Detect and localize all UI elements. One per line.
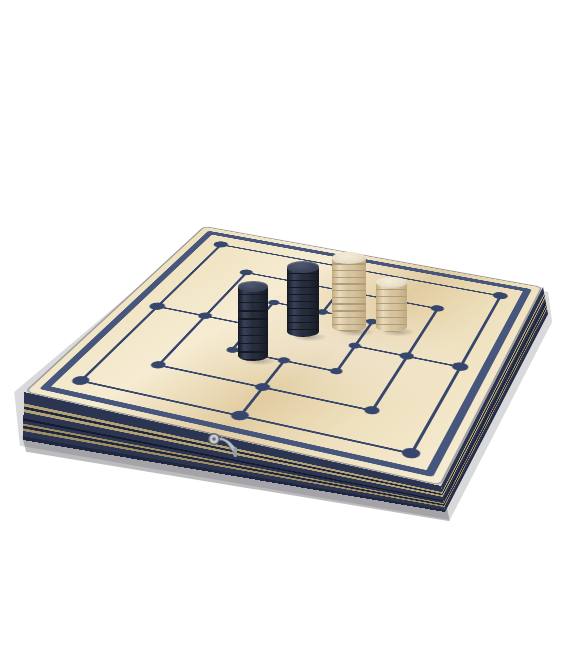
stack-discs (287, 267, 319, 337)
black-stack-short[interactable] (238, 281, 268, 366)
piece-stacks-layer (0, 0, 568, 649)
stack-discs (332, 258, 366, 332)
stack-top-disc (376, 277, 407, 288)
stack-top-disc (238, 281, 268, 292)
black-stack-tall[interactable] (287, 261, 319, 343)
product-photo-scene (0, 0, 568, 649)
white-stack-short[interactable] (376, 277, 407, 337)
stack-top-disc (287, 261, 319, 273)
stack-discs (238, 287, 268, 361)
stack-discs (376, 283, 407, 332)
white-stack-tall[interactable] (332, 252, 366, 338)
